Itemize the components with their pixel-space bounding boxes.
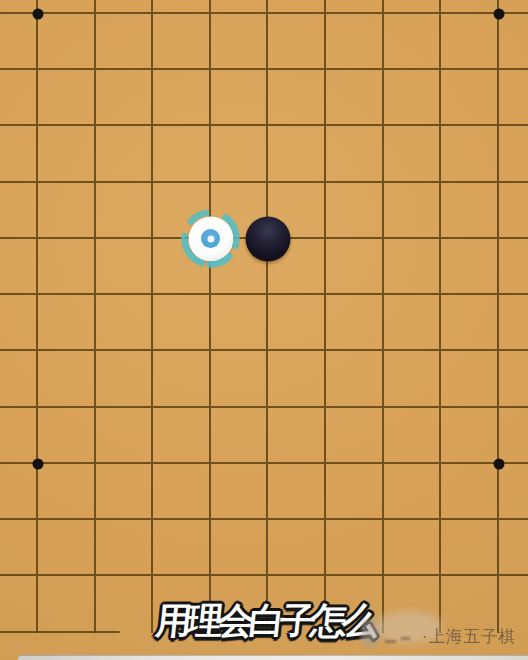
board-cell[interactable] <box>153 14 211 70</box>
board-cell[interactable] <box>153 0 211 14</box>
board-cell[interactable] <box>38 408 96 464</box>
board-cell[interactable] <box>384 351 442 407</box>
board-cell[interactable] <box>326 0 384 14</box>
black-stone <box>246 216 291 261</box>
board-cell[interactable] <box>153 351 211 407</box>
board-cell[interactable] <box>0 70 38 126</box>
board-cell[interactable] <box>153 464 211 520</box>
board-cell[interactable] <box>38 520 96 576</box>
board-cell[interactable] <box>268 520 326 576</box>
subtitle-text: 用理会白子怎么 <box>153 597 375 646</box>
board-cell[interactable] <box>384 520 442 576</box>
board-cell[interactable] <box>38 70 96 126</box>
board-cell[interactable] <box>441 295 499 351</box>
board-cell[interactable] <box>38 14 96 70</box>
board-cell[interactable] <box>441 70 499 126</box>
board-cell[interactable] <box>0 295 38 351</box>
board-cell[interactable] <box>0 576 38 632</box>
board-cell[interactable] <box>441 14 499 70</box>
board-cell[interactable] <box>211 14 269 70</box>
white-stone <box>188 216 233 261</box>
board-cell[interactable] <box>211 295 269 351</box>
board-cell[interactable] <box>384 126 442 182</box>
board-cell[interactable] <box>384 408 442 464</box>
board-cell[interactable] <box>499 520 528 576</box>
bottom-panel-edge <box>18 655 528 660</box>
board-cell[interactable] <box>326 295 384 351</box>
board-cell[interactable] <box>268 0 326 14</box>
board-cell[interactable] <box>211 0 269 14</box>
board-cell[interactable] <box>441 351 499 407</box>
board-cell[interactable] <box>38 351 96 407</box>
board-cell[interactable] <box>38 183 96 239</box>
star-point <box>493 458 504 469</box>
board-cell[interactable] <box>153 70 211 126</box>
board-cell[interactable] <box>153 408 211 464</box>
board-cell[interactable] <box>441 576 499 632</box>
board-cell[interactable] <box>499 70 528 126</box>
board-cell[interactable] <box>326 239 384 295</box>
last-move-marker <box>201 229 220 248</box>
board-cell[interactable] <box>96 520 154 576</box>
board-cell[interactable] <box>326 183 384 239</box>
board-cell[interactable] <box>499 295 528 351</box>
board-cell[interactable] <box>38 576 96 632</box>
board-cell[interactable] <box>38 126 96 182</box>
board-cell[interactable] <box>268 70 326 126</box>
board-cell[interactable] <box>326 408 384 464</box>
board-cell[interactable] <box>96 14 154 70</box>
board-cell[interactable] <box>441 183 499 239</box>
board-cell[interactable] <box>499 14 528 70</box>
gomoku-board <box>0 0 528 633</box>
board-cell[interactable] <box>326 70 384 126</box>
board-cell[interactable] <box>153 520 211 576</box>
board-cell[interactable] <box>384 183 442 239</box>
board-cell[interactable] <box>0 239 38 295</box>
board-cell[interactable] <box>268 408 326 464</box>
board-cell[interactable] <box>326 126 384 182</box>
board-cell[interactable] <box>96 126 154 182</box>
watermark-logo-mark-icon <box>385 640 396 643</box>
board-cell[interactable] <box>268 126 326 182</box>
board-cell[interactable] <box>326 464 384 520</box>
board-cell[interactable] <box>96 70 154 126</box>
board-cell[interactable] <box>0 126 38 182</box>
board-cell[interactable] <box>268 351 326 407</box>
star-point <box>32 458 43 469</box>
board-cell[interactable] <box>153 295 211 351</box>
board-cell[interactable] <box>0 464 38 520</box>
board-cell[interactable] <box>96 183 154 239</box>
board-cell[interactable] <box>499 576 528 632</box>
board-cell[interactable] <box>96 295 154 351</box>
watermark-text: ·上海五子棋 <box>422 626 516 648</box>
board-cell[interactable] <box>38 464 96 520</box>
board-cell[interactable] <box>326 351 384 407</box>
board-cell[interactable] <box>326 520 384 576</box>
board-cell[interactable] <box>0 183 38 239</box>
star-point <box>32 8 43 19</box>
board-cell[interactable] <box>268 464 326 520</box>
board-cell[interactable] <box>441 0 499 14</box>
board-cell[interactable] <box>268 295 326 351</box>
board-cell[interactable] <box>384 0 442 14</box>
board-cell[interactable] <box>499 126 528 182</box>
board-cell[interactable] <box>441 408 499 464</box>
board-cell[interactable] <box>211 408 269 464</box>
board-cell[interactable] <box>268 14 326 70</box>
board-cell[interactable] <box>211 70 269 126</box>
board-cell[interactable] <box>96 0 154 14</box>
board-cell[interactable] <box>96 464 154 520</box>
board-cell[interactable] <box>211 520 269 576</box>
board-cell[interactable] <box>153 126 211 182</box>
board-cell[interactable] <box>441 126 499 182</box>
board-cell[interactable] <box>384 14 442 70</box>
board-cell[interactable] <box>211 464 269 520</box>
star-point <box>493 8 504 19</box>
watermark-logo-mark-icon <box>401 637 410 640</box>
board-cell[interactable] <box>0 351 38 407</box>
board-cell[interactable] <box>38 295 96 351</box>
board-cell[interactable] <box>211 126 269 182</box>
board-cell[interactable] <box>0 408 38 464</box>
board-cell[interactable] <box>499 183 528 239</box>
app-screen: 用理会白子怎么 ·上海五子棋 <box>0 0 528 660</box>
board-cell[interactable] <box>441 520 499 576</box>
board-cell[interactable] <box>326 14 384 70</box>
board-cell[interactable] <box>499 239 528 295</box>
board-cell[interactable] <box>499 464 528 520</box>
board-cell[interactable] <box>38 239 96 295</box>
board-cell[interactable] <box>96 408 154 464</box>
board-cell[interactable] <box>0 520 38 576</box>
board-cell[interactable] <box>96 239 154 295</box>
board-cell[interactable] <box>96 576 154 632</box>
board-cell[interactable] <box>441 239 499 295</box>
board-cell[interactable] <box>211 351 269 407</box>
board-cell[interactable] <box>384 295 442 351</box>
board-cell[interactable] <box>384 239 442 295</box>
board-cell[interactable] <box>441 464 499 520</box>
board-cell[interactable] <box>38 0 96 14</box>
board-cell[interactable] <box>499 408 528 464</box>
board-cell[interactable] <box>499 351 528 407</box>
board-cell[interactable] <box>384 70 442 126</box>
board-cell[interactable] <box>96 351 154 407</box>
board-cell[interactable] <box>0 14 38 70</box>
board-cell[interactable] <box>384 464 442 520</box>
